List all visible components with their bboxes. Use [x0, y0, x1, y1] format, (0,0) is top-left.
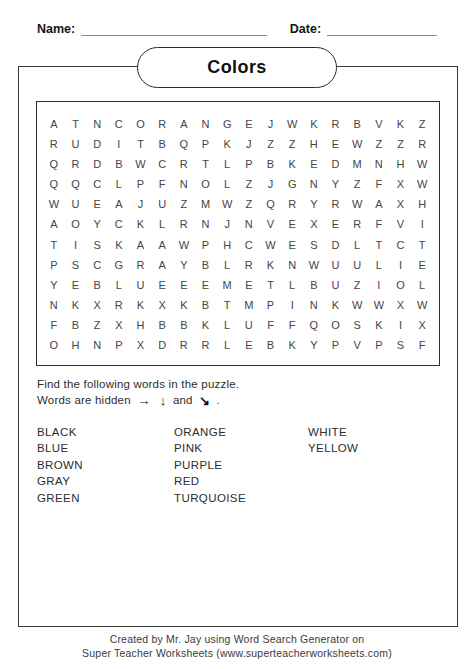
- grid-cell-r11c5[interactable]: H: [130, 316, 152, 336]
- grid-cell-r1c15[interactable]: B: [346, 114, 368, 134]
- grid-cell-r2c4[interactable]: I: [108, 134, 130, 154]
- grid-cell-r5c9[interactable]: W: [216, 195, 238, 215]
- grid-cell-r5c8[interactable]: M: [195, 195, 217, 215]
- grid-cell-r6c4[interactable]: C: [108, 215, 130, 235]
- grid-cell-r11c9[interactable]: L: [216, 316, 238, 336]
- grid-cell-r11c11[interactable]: F: [260, 316, 282, 336]
- grid-cell-r11c13[interactable]: Q: [303, 316, 325, 336]
- grid-cell-r8c3[interactable]: C: [86, 255, 108, 275]
- grid-cell-r2c17[interactable]: Z: [390, 134, 412, 154]
- word-item: WHITE: [308, 424, 358, 440]
- grid-cell-r9c2[interactable]: E: [65, 275, 87, 295]
- grid-cell-r9c13[interactable]: B: [303, 275, 325, 295]
- grid-cell-r12c11[interactable]: B: [260, 336, 282, 356]
- arrow-right-icon: →: [134, 393, 153, 408]
- grid-cell-r12c15[interactable]: V: [346, 336, 368, 356]
- grid-cell-r3c3[interactable]: D: [86, 154, 108, 174]
- grid-cell-r8c10[interactable]: R: [238, 255, 260, 275]
- instructions-line2: Words are hidden → ↓ and ↘ .: [37, 393, 239, 409]
- grid-cell-r5c1[interactable]: W: [43, 195, 65, 215]
- grid-cell-r4c11[interactable]: J: [260, 174, 282, 194]
- grid-cell-r4c7[interactable]: N: [173, 174, 195, 194]
- grid-cell-r4c16[interactable]: F: [368, 174, 390, 194]
- grid-cell-r8c2[interactable]: S: [65, 255, 87, 275]
- grid-cell-r4c14[interactable]: Y: [325, 174, 347, 194]
- grid-cell-r3c8[interactable]: T: [195, 154, 217, 174]
- grid-cell-r11c16[interactable]: K: [368, 316, 390, 336]
- grid-cell-r10c8[interactable]: B: [195, 295, 217, 315]
- grid-cell-r4c3[interactable]: C: [86, 174, 108, 194]
- grid-cell-r6c18[interactable]: I: [411, 215, 433, 235]
- grid-cell-r12c10[interactable]: E: [238, 336, 260, 356]
- puzzle-title-pill: Colors: [137, 47, 337, 88]
- grid-cell-r6c9[interactable]: J: [216, 215, 238, 235]
- grid-cell-r1c14[interactable]: R: [325, 114, 347, 134]
- grid-cell-r1c7[interactable]: A: [173, 114, 195, 134]
- grid-cell-r9c8[interactable]: E: [195, 275, 217, 295]
- grid-cell-r12c12[interactable]: K: [281, 336, 303, 356]
- grid-cell-r3c15[interactable]: M: [346, 154, 368, 174]
- grid-cell-r4c6[interactable]: F: [151, 174, 173, 194]
- grid-cell-r12c9[interactable]: L: [216, 336, 238, 356]
- instructions-period: .: [217, 394, 220, 406]
- word-item: BROWN: [37, 457, 83, 473]
- grid-cell-r8c9[interactable]: L: [216, 255, 238, 275]
- name-input-line[interactable]: [81, 22, 267, 36]
- grid-cell-r10c11[interactable]: P: [260, 295, 282, 315]
- grid-cell-r7c6[interactable]: A: [151, 235, 173, 255]
- grid-cell-r4c4[interactable]: L: [108, 174, 130, 194]
- grid-cell-r3c6[interactable]: C: [151, 154, 173, 174]
- grid-cell-r6c3[interactable]: Y: [86, 215, 108, 235]
- grid-cell-r9c9[interactable]: M: [216, 275, 238, 295]
- grid-cell-r2c3[interactable]: D: [86, 134, 108, 154]
- grid-cell-r5c2[interactable]: U: [65, 195, 87, 215]
- grid-cell-r1c17[interactable]: K: [390, 114, 412, 134]
- grid-cell-r8c15[interactable]: U: [346, 255, 368, 275]
- grid-cell-r11c17[interactable]: I: [390, 316, 412, 336]
- footer-line2: Super Teacher Worksheets (www.superteach…: [0, 647, 474, 661]
- grid-cell-r10c12[interactable]: I: [281, 295, 303, 315]
- grid-cell-r2c5[interactable]: T: [130, 134, 152, 154]
- grid-cell-r2c14[interactable]: E: [325, 134, 347, 154]
- grid-cell-r3c5[interactable]: W: [130, 154, 152, 174]
- grid-cell-r6c13[interactable]: X: [303, 215, 325, 235]
- grid-cell-r12c7[interactable]: R: [173, 336, 195, 356]
- grid-cell-r10c15[interactable]: W: [346, 295, 368, 315]
- grid-cell-r3c9[interactable]: L: [216, 154, 238, 174]
- grid-cell-r1c11[interactable]: J: [260, 114, 282, 134]
- grid-cell-r8c11[interactable]: K: [260, 255, 282, 275]
- grid-cell-r9c10[interactable]: E: [238, 275, 260, 295]
- grid-cell-r1c3[interactable]: N: [86, 114, 108, 134]
- grid-cell-r5c13[interactable]: Y: [303, 195, 325, 215]
- grid-cell-r1c1[interactable]: A: [43, 114, 65, 134]
- grid-cell-r9c6[interactable]: E: [151, 275, 173, 295]
- grid-cell-r9c3[interactable]: B: [86, 275, 108, 295]
- grid-cell-r4c8[interactable]: O: [195, 174, 217, 194]
- grid-cell-r8c16[interactable]: L: [368, 255, 390, 275]
- grid-cell-r10c17[interactable]: X: [390, 295, 412, 315]
- instructions-line2-prefix: Words are hidden: [37, 394, 131, 406]
- grid-cell-r11c10[interactable]: U: [238, 316, 260, 336]
- grid-cell-r2c15[interactable]: W: [346, 134, 368, 154]
- grid-cell-r5c10[interactable]: Z: [238, 195, 260, 215]
- grid-cell-r8c7[interactable]: Y: [173, 255, 195, 275]
- grid-cell-r2c8[interactable]: P: [195, 134, 217, 154]
- grid-cell-r3c7[interactable]: R: [173, 154, 195, 174]
- grid-cell-r9c4[interactable]: L: [108, 275, 130, 295]
- grid-cell-r12c2[interactable]: H: [65, 336, 87, 356]
- letter-grid: ATNCORANGEJWKRBVKZRUDITBQPKJZZHEWZZRQRDB…: [36, 101, 440, 366]
- grid-cell-r6c5[interactable]: K: [130, 215, 152, 235]
- date-input-line[interactable]: [327, 22, 437, 36]
- grid-cell-r2c11[interactable]: Z: [260, 134, 282, 154]
- grid-cell-r11c1[interactable]: F: [43, 316, 65, 336]
- grid-cell-r5c16[interactable]: A: [368, 195, 390, 215]
- word-column-3: WHITEYELLOW: [308, 424, 358, 457]
- grid-cell-r1c10[interactable]: E: [238, 114, 260, 134]
- grid-cell-r11c18[interactable]: X: [411, 316, 433, 336]
- footer-credit: Created by Mr. Jay using Word Search Gen…: [0, 633, 474, 660]
- grid-cell-r4c12[interactable]: G: [281, 174, 303, 194]
- arrow-diagonal-icon: ↘: [196, 393, 213, 408]
- word-item: BLACK: [37, 424, 83, 440]
- grid-cell-r3c14[interactable]: D: [325, 154, 347, 174]
- grid-cell-r7c11[interactable]: W: [260, 235, 282, 255]
- grid-cell-r2c9[interactable]: K: [216, 134, 238, 154]
- grid-cell-r9c7[interactable]: E: [173, 275, 195, 295]
- grid-cell-r12c8[interactable]: R: [195, 336, 217, 356]
- grid-cell-r5c15[interactable]: W: [346, 195, 368, 215]
- grid-cell-r6c8[interactable]: N: [195, 215, 217, 235]
- grid-cell-r8c4[interactable]: G: [108, 255, 130, 275]
- grid-cell-r4c13[interactable]: N: [303, 174, 325, 194]
- instructions-line1: Find the following words in the puzzle.: [37, 377, 239, 393]
- grid-cell-r10c10[interactable]: M: [238, 295, 260, 315]
- grid-cell-r8c6[interactable]: A: [151, 255, 173, 275]
- grid-cell-r6c6[interactable]: L: [151, 215, 173, 235]
- grid-cell-r6c2[interactable]: O: [65, 215, 87, 235]
- grid-cell-r8c14[interactable]: U: [325, 255, 347, 275]
- grid-cell-r1c18[interactable]: Z: [411, 114, 433, 134]
- grid-cell-r1c6[interactable]: R: [151, 114, 173, 134]
- grid-cell-r3c11[interactable]: B: [260, 154, 282, 174]
- grid-cell-r4c9[interactable]: L: [216, 174, 238, 194]
- grid-cell-r2c13[interactable]: H: [303, 134, 325, 154]
- footer-line1: Created by Mr. Jay using Word Search Gen…: [0, 633, 474, 647]
- grid-cell-r12c5[interactable]: X: [130, 336, 152, 356]
- word-item: PINK: [174, 440, 246, 456]
- grid-cell-r6c16[interactable]: F: [368, 215, 390, 235]
- grid-cell-r2c10[interactable]: J: [238, 134, 260, 154]
- grid-cell-r6c17[interactable]: V: [390, 215, 412, 235]
- grid-cell-r9c5[interactable]: U: [130, 275, 152, 295]
- word-item: PURPLE: [174, 457, 246, 473]
- grid-cell-r7c3[interactable]: S: [86, 235, 108, 255]
- grid-cell-r8c5[interactable]: R: [130, 255, 152, 275]
- grid-cell-r8c12[interactable]: N: [281, 255, 303, 275]
- grid-cell-r4c1[interactable]: Q: [43, 174, 65, 194]
- word-column-1: BLACKBLUEBROWNGRAYGREEN: [37, 424, 83, 506]
- grid-cell-r8c13[interactable]: W: [303, 255, 325, 275]
- grid-cell-r6c11[interactable]: V: [260, 215, 282, 235]
- grid-cell-r4c17[interactable]: X: [390, 174, 412, 194]
- word-item: ORANGE: [174, 424, 246, 440]
- grid-cell-r6c1[interactable]: A: [43, 215, 65, 235]
- grid-cell-r11c15[interactable]: S: [346, 316, 368, 336]
- grid-cell-r3c4[interactable]: B: [108, 154, 130, 174]
- instructions-and: and: [173, 394, 193, 406]
- grid-cell-r3c16[interactable]: N: [368, 154, 390, 174]
- grid-cell-r11c3[interactable]: Z: [86, 316, 108, 336]
- grid-cell-r4c10[interactable]: Z: [238, 174, 260, 194]
- grid-cell-r7c18[interactable]: T: [411, 235, 433, 255]
- grid-cell-r2c6[interactable]: B: [151, 134, 173, 154]
- grid-cell-r10c14[interactable]: K: [325, 295, 347, 315]
- grid-cell-r11c8[interactable]: K: [195, 316, 217, 336]
- grid-cell-r12c3[interactable]: N: [86, 336, 108, 356]
- grid-cell-r10c5[interactable]: K: [130, 295, 152, 315]
- grid-cell-r3c10[interactable]: P: [238, 154, 260, 174]
- grid-cell-r2c12[interactable]: Z: [281, 134, 303, 154]
- grid-cell-r9c15[interactable]: Z: [346, 275, 368, 295]
- grid-cell-r7c4[interactable]: K: [108, 235, 130, 255]
- grid-cell-r1c9[interactable]: G: [216, 114, 238, 134]
- instructions: Find the following words in the puzzle. …: [37, 377, 239, 408]
- grid-cell-r7c17[interactable]: C: [390, 235, 412, 255]
- grid-cell-r4c2[interactable]: Q: [65, 174, 87, 194]
- puzzle-title: Colors: [207, 57, 266, 78]
- grid-cell-r9c17[interactable]: O: [390, 275, 412, 295]
- name-label: Name:: [37, 22, 75, 36]
- worksheet-page: Name: Date: Colors ATNCORANGEJWKRBVKZRUD…: [0, 0, 474, 669]
- grid-cell-r1c16[interactable]: V: [368, 114, 390, 134]
- grid-cell-r5c5[interactable]: J: [130, 195, 152, 215]
- grid-cell-r11c7[interactable]: B: [173, 316, 195, 336]
- grid-cell-r4c18[interactable]: W: [411, 174, 433, 194]
- grid-cell-r11c14[interactable]: O: [325, 316, 347, 336]
- grid-cell-r7c1[interactable]: T: [43, 235, 65, 255]
- grid-cell-r7c2[interactable]: I: [65, 235, 87, 255]
- grid-cell-r9c14[interactable]: U: [325, 275, 347, 295]
- grid-cell-r9c16[interactable]: I: [368, 275, 390, 295]
- grid-cell-r10c2[interactable]: K: [65, 295, 87, 315]
- grid-cell-r8c1[interactable]: P: [43, 255, 65, 275]
- grid-cell-r9c11[interactable]: T: [260, 275, 282, 295]
- grid-cell-r3c1[interactable]: Q: [43, 154, 65, 174]
- grid-cell-r2c18[interactable]: R: [411, 134, 433, 154]
- grid-cell-r12c14[interactable]: P: [325, 336, 347, 356]
- grid-cell-r10c9[interactable]: T: [216, 295, 238, 315]
- grid-cell-r12c16[interactable]: P: [368, 336, 390, 356]
- grid-cell-r10c4[interactable]: R: [108, 295, 130, 315]
- grid-cell-r1c12[interactable]: W: [281, 114, 303, 134]
- grid-cell-r8c8[interactable]: B: [195, 255, 217, 275]
- grid-cell-r11c4[interactable]: X: [108, 316, 130, 336]
- grid-cell-r1c2[interactable]: T: [65, 114, 87, 134]
- grid-cell-r12c13[interactable]: Y: [303, 336, 325, 356]
- grid-cell-r6c10[interactable]: N: [238, 215, 260, 235]
- word-item: GREEN: [37, 490, 83, 506]
- grid-cell-r3c13[interactable]: E: [303, 154, 325, 174]
- grid-cell-r7c8[interactable]: P: [195, 235, 217, 255]
- word-column-2: ORANGEPINKPURPLEREDTURQUOISE: [174, 424, 246, 506]
- grid-cell-r2c7[interactable]: Q: [173, 134, 195, 154]
- grid-cell-r4c15[interactable]: Z: [346, 174, 368, 194]
- grid-cell-r7c7[interactable]: W: [173, 235, 195, 255]
- grid-cell-r5c17[interactable]: X: [390, 195, 412, 215]
- arrow-down-icon: ↓: [157, 393, 170, 408]
- grid-cell-r7c13[interactable]: S: [303, 235, 325, 255]
- grid-cell-r9c18[interactable]: L: [411, 275, 433, 295]
- grid-cell-r10c3[interactable]: X: [86, 295, 108, 315]
- grid-cell-r5c11[interactable]: Q: [260, 195, 282, 215]
- grid-cell-r3c18[interactable]: W: [411, 154, 433, 174]
- grid-cell-r6c12[interactable]: E: [281, 215, 303, 235]
- grid-cell-r10c18[interactable]: W: [411, 295, 433, 315]
- grid-cell-r11c2[interactable]: B: [65, 316, 87, 336]
- grid-cell-r8c17[interactable]: I: [390, 255, 412, 275]
- grid-cell-r7c5[interactable]: A: [130, 235, 152, 255]
- grid-cell-r12c6[interactable]: D: [151, 336, 173, 356]
- grid-cell-r2c1[interactable]: R: [43, 134, 65, 154]
- grid-cell-r7c16[interactable]: T: [368, 235, 390, 255]
- grid-cell-r12c18[interactable]: F: [411, 336, 433, 356]
- grid-cell-r12c17[interactable]: S: [390, 336, 412, 356]
- grid-cell-r10c13[interactable]: N: [303, 295, 325, 315]
- grid-cell-r4c5[interactable]: P: [130, 174, 152, 194]
- word-item: BLUE: [37, 440, 83, 456]
- grid-cell-r5c18[interactable]: H: [411, 195, 433, 215]
- grid-cell-r10c16[interactable]: W: [368, 295, 390, 315]
- grid-cell-r3c2[interactable]: R: [65, 154, 87, 174]
- grid-cell-r11c12[interactable]: F: [281, 316, 303, 336]
- grid-cell-r10c6[interactable]: X: [151, 295, 173, 315]
- grid-cell-r5c14[interactable]: R: [325, 195, 347, 215]
- grid-cell-r11c6[interactable]: B: [151, 316, 173, 336]
- grid-cell-r9c1[interactable]: Y: [43, 275, 65, 295]
- grid-cell-r6c7[interactable]: R: [173, 215, 195, 235]
- grid-cell-r3c17[interactable]: H: [390, 154, 412, 174]
- grid-cell-r12c1[interactable]: O: [43, 336, 65, 356]
- word-item: YELLOW: [308, 440, 358, 456]
- name-date-row: Name: Date:: [37, 22, 437, 36]
- grid-cell-r3c12[interactable]: K: [281, 154, 303, 174]
- date-label: Date:: [290, 22, 321, 36]
- grid-cell-r7c15[interactable]: L: [346, 235, 368, 255]
- grid-cell-r9c12[interactable]: L: [281, 275, 303, 295]
- grid-cell-r5c12[interactable]: R: [281, 195, 303, 215]
- grid-cell-r10c7[interactable]: K: [173, 295, 195, 315]
- grid-cell-r1c4[interactable]: C: [108, 114, 130, 134]
- grid-cell-r5c7[interactable]: Z: [173, 195, 195, 215]
- grid-cell-r7c12[interactable]: E: [281, 235, 303, 255]
- grid-cell-r2c2[interactable]: U: [65, 134, 87, 154]
- grid-cell-r8c18[interactable]: E: [411, 255, 433, 275]
- grid-cell-r10c1[interactable]: N: [43, 295, 65, 315]
- grid-cell-r7c9[interactable]: H: [216, 235, 238, 255]
- grid-cell-r7c10[interactable]: C: [238, 235, 260, 255]
- grid-cell-r7c14[interactable]: D: [325, 235, 347, 255]
- grid-cell-r2c16[interactable]: Z: [368, 134, 390, 154]
- grid-cell-r5c4[interactable]: A: [108, 195, 130, 215]
- grid-cell-r6c15[interactable]: R: [346, 215, 368, 235]
- grid-cell-r1c8[interactable]: N: [195, 114, 217, 134]
- grid-cell-r5c6[interactable]: U: [151, 195, 173, 215]
- word-item: TURQUOISE: [174, 490, 246, 506]
- grid-cell-r5c3[interactable]: E: [86, 195, 108, 215]
- word-item: RED: [174, 473, 246, 489]
- grid-cell-r12c4[interactable]: P: [108, 336, 130, 356]
- grid-cell-r6c14[interactable]: E: [325, 215, 347, 235]
- grid-cell-r1c5[interactable]: O: [130, 114, 152, 134]
- grid-cell-r1c13[interactable]: K: [303, 114, 325, 134]
- word-item: GRAY: [37, 473, 83, 489]
